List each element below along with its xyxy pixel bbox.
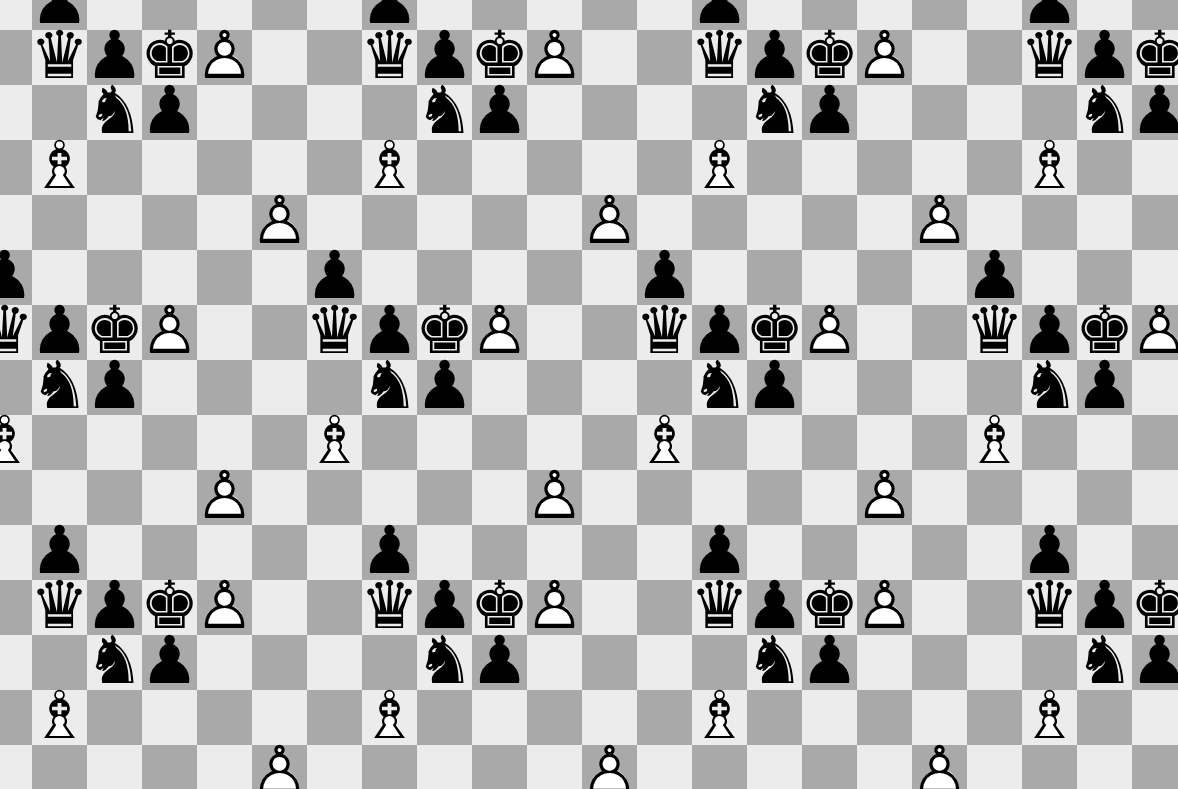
square-r11c13[interactable]: ♛ [692,580,747,635]
square-r0c18[interactable] [967,0,1022,30]
square-r7c3[interactable] [142,360,197,415]
square-r5c15[interactable] [802,250,857,305]
square-r14c19[interactable] [1022,745,1077,789]
square-r7c20[interactable]: ♟ [1077,360,1132,415]
square-r14c3[interactable] [142,745,197,789]
square-r4c11[interactable]: ♟♙ [582,195,637,250]
square-r5c5[interactable] [252,250,307,305]
square-r9c8[interactable] [417,470,472,525]
square-r7c12[interactable] [637,360,692,415]
square-r14c6[interactable] [307,745,362,789]
square-r3c1[interactable]: ♝♗ [32,140,87,195]
square-r11c17[interactable] [912,580,967,635]
square-r3c5[interactable] [252,140,307,195]
square-r2c10[interactable] [527,85,582,140]
square-r2c9[interactable]: ♟ [472,85,527,140]
square-r12c16[interactable] [857,635,912,690]
square-r8c17[interactable] [912,415,967,470]
square-r14c0[interactable] [0,745,32,789]
square-r8c11[interactable] [582,415,637,470]
square-r3c20[interactable] [1077,140,1132,195]
square-r4c21[interactable] [1132,195,1178,250]
square-r14c4[interactable] [197,745,252,789]
square-r13c15[interactable] [802,690,857,745]
square-r11c14[interactable]: ♟ [747,580,802,635]
square-r13c14[interactable] [747,690,802,745]
square-r12c11[interactable] [582,635,637,690]
square-r1c11[interactable] [582,30,637,85]
square-r8c20[interactable] [1077,415,1132,470]
square-r7c18[interactable] [967,360,1022,415]
square-r6c1[interactable]: ♟ [32,305,87,360]
square-r6c10[interactable] [527,305,582,360]
square-r5c13[interactable] [692,250,747,305]
square-r11c16[interactable]: ♟♙ [857,580,912,635]
square-r12c14[interactable]: ♞ [747,635,802,690]
square-r3c11[interactable] [582,140,637,195]
square-r7c10[interactable] [527,360,582,415]
square-r8c21[interactable] [1132,415,1178,470]
square-r14c13[interactable] [692,745,747,789]
square-r6c15[interactable]: ♟♙ [802,305,857,360]
square-r5c18[interactable]: ♟ [967,250,1022,305]
square-r1c20[interactable]: ♟ [1077,30,1132,85]
square-r6c11[interactable] [582,305,637,360]
square-r1c18[interactable] [967,30,1022,85]
square-r3c19[interactable]: ♝♗ [1022,140,1077,195]
square-r2c15[interactable]: ♟ [802,85,857,140]
square-r12c3[interactable]: ♟ [142,635,197,690]
square-r7c4[interactable] [197,360,252,415]
square-r2c14[interactable]: ♞ [747,85,802,140]
square-r12c0[interactable] [0,635,32,690]
square-r13c2[interactable] [87,690,142,745]
square-r0c4[interactable] [197,0,252,30]
square-r10c6[interactable] [307,525,362,580]
square-r1c6[interactable] [307,30,362,85]
square-r9c21[interactable] [1132,470,1178,525]
square-r4c6[interactable] [307,195,362,250]
square-r5c4[interactable] [197,250,252,305]
square-r11c11[interactable] [582,580,637,635]
square-r11c4[interactable]: ♟♙ [197,580,252,635]
square-r3c16[interactable] [857,140,912,195]
square-r14c20[interactable] [1077,745,1132,789]
square-r2c0[interactable] [0,85,32,140]
square-r1c10[interactable]: ♟♙ [527,30,582,85]
square-r6c0[interactable]: ♛ [0,305,32,360]
square-r4c10[interactable] [527,195,582,250]
square-r6c17[interactable] [912,305,967,360]
square-r5c7[interactable] [362,250,417,305]
square-r0c5[interactable] [252,0,307,30]
square-r6c3[interactable]: ♟♙ [142,305,197,360]
square-r9c20[interactable] [1077,470,1132,525]
square-r6c2[interactable]: ♚ [87,305,142,360]
square-r9c5[interactable] [252,470,307,525]
square-r4c9[interactable] [472,195,527,250]
square-r6c5[interactable] [252,305,307,360]
square-r13c3[interactable] [142,690,197,745]
square-r8c7[interactable] [362,415,417,470]
square-r0c17[interactable] [912,0,967,30]
square-r1c13[interactable]: ♛ [692,30,747,85]
square-r1c16[interactable]: ♟♙ [857,30,912,85]
square-r8c5[interactable] [252,415,307,470]
square-r4c12[interactable] [637,195,692,250]
square-r13c18[interactable] [967,690,1022,745]
square-r9c7[interactable] [362,470,417,525]
square-r11c6[interactable] [307,580,362,635]
square-r1c4[interactable]: ♟♙ [197,30,252,85]
square-r10c9[interactable] [472,525,527,580]
square-r3c2[interactable] [87,140,142,195]
square-r11c7[interactable]: ♛ [362,580,417,635]
square-r11c3[interactable]: ♚ [142,580,197,635]
square-r10c20[interactable] [1077,525,1132,580]
square-r7c6[interactable] [307,360,362,415]
square-r13c11[interactable] [582,690,637,745]
square-r12c1[interactable] [32,635,87,690]
square-r7c21[interactable] [1132,360,1178,415]
square-r9c19[interactable] [1022,470,1077,525]
square-r8c15[interactable] [802,415,857,470]
square-r1c14[interactable]: ♟ [747,30,802,85]
square-r11c8[interactable]: ♟ [417,580,472,635]
square-r2c20[interactable]: ♞ [1077,85,1132,140]
square-r5c6[interactable]: ♟ [307,250,362,305]
square-r6c7[interactable]: ♟ [362,305,417,360]
square-r8c0[interactable]: ♝♗ [0,415,32,470]
square-r2c4[interactable] [197,85,252,140]
square-r7c0[interactable] [0,360,32,415]
square-r12c2[interactable]: ♞ [87,635,142,690]
square-r5c11[interactable] [582,250,637,305]
square-r6c18[interactable]: ♛ [967,305,1022,360]
square-r6c16[interactable] [857,305,912,360]
square-r4c14[interactable] [747,195,802,250]
square-r0c7[interactable]: ♟ [362,0,417,30]
square-r2c8[interactable]: ♞ [417,85,472,140]
square-r2c17[interactable] [912,85,967,140]
square-r5c16[interactable] [857,250,912,305]
square-r6c9[interactable]: ♟♙ [472,305,527,360]
square-r5c10[interactable] [527,250,582,305]
square-r10c14[interactable] [747,525,802,580]
square-r5c3[interactable] [142,250,197,305]
square-r3c4[interactable] [197,140,252,195]
square-r11c18[interactable] [967,580,1022,635]
square-r5c20[interactable] [1077,250,1132,305]
square-r5c19[interactable] [1022,250,1077,305]
square-r8c4[interactable] [197,415,252,470]
square-r10c4[interactable] [197,525,252,580]
square-r11c19[interactable]: ♛ [1022,580,1077,635]
square-r11c21[interactable]: ♚ [1132,580,1178,635]
square-r4c5[interactable]: ♟♙ [252,195,307,250]
square-r4c19[interactable] [1022,195,1077,250]
square-r11c10[interactable]: ♟♙ [527,580,582,635]
square-r6c19[interactable]: ♟ [1022,305,1077,360]
square-r9c9[interactable] [472,470,527,525]
square-r5c1[interactable] [32,250,87,305]
square-r0c9[interactable] [472,0,527,30]
square-r2c18[interactable] [967,85,1022,140]
square-r13c10[interactable] [527,690,582,745]
square-r10c7[interactable]: ♟ [362,525,417,580]
square-r4c8[interactable] [417,195,472,250]
square-r4c18[interactable] [967,195,1022,250]
square-r2c21[interactable]: ♟ [1132,85,1178,140]
square-r6c14[interactable]: ♚ [747,305,802,360]
square-r10c11[interactable] [582,525,637,580]
square-r13c1[interactable]: ♝♗ [32,690,87,745]
square-r7c1[interactable]: ♞ [32,360,87,415]
square-r10c18[interactable] [967,525,1022,580]
square-r13c13[interactable]: ♝♗ [692,690,747,745]
square-r2c19[interactable] [1022,85,1077,140]
square-r5c9[interactable] [472,250,527,305]
square-r1c8[interactable]: ♟ [417,30,472,85]
square-r9c1[interactable] [32,470,87,525]
square-r14c7[interactable] [362,745,417,789]
square-r2c12[interactable] [637,85,692,140]
square-r13c5[interactable] [252,690,307,745]
square-r0c1[interactable]: ♟ [32,0,87,30]
square-r2c2[interactable]: ♞ [87,85,142,140]
square-r11c9[interactable]: ♚ [472,580,527,635]
square-r9c6[interactable] [307,470,362,525]
square-r3c18[interactable] [967,140,1022,195]
square-r5c8[interactable] [417,250,472,305]
square-r10c8[interactable] [417,525,472,580]
square-r14c16[interactable] [857,745,912,789]
square-r12c9[interactable]: ♟ [472,635,527,690]
square-r12c7[interactable] [362,635,417,690]
square-r0c21[interactable] [1132,0,1178,30]
square-r6c4[interactable] [197,305,252,360]
square-r2c13[interactable] [692,85,747,140]
square-r5c21[interactable] [1132,250,1178,305]
square-r10c0[interactable] [0,525,32,580]
square-r10c21[interactable] [1132,525,1178,580]
square-r8c18[interactable]: ♝♗ [967,415,1022,470]
square-r0c15[interactable] [802,0,857,30]
square-r8c13[interactable] [692,415,747,470]
square-r10c5[interactable] [252,525,307,580]
square-r13c21[interactable] [1132,690,1178,745]
square-r0c10[interactable] [527,0,582,30]
square-r12c5[interactable] [252,635,307,690]
square-r14c21[interactable] [1132,745,1178,789]
square-r12c19[interactable] [1022,635,1077,690]
square-r13c7[interactable]: ♝♗ [362,690,417,745]
square-r8c6[interactable]: ♝♗ [307,415,362,470]
square-r0c14[interactable] [747,0,802,30]
square-r4c17[interactable]: ♟♙ [912,195,967,250]
square-r3c3[interactable] [142,140,197,195]
square-r4c20[interactable] [1077,195,1132,250]
square-r1c2[interactable]: ♟ [87,30,142,85]
square-r14c2[interactable] [87,745,142,789]
square-r0c16[interactable] [857,0,912,30]
square-r11c1[interactable]: ♛ [32,580,87,635]
square-r10c15[interactable] [802,525,857,580]
square-r9c3[interactable] [142,470,197,525]
square-r6c8[interactable]: ♚ [417,305,472,360]
square-r12c21[interactable]: ♟ [1132,635,1178,690]
square-r7c9[interactable] [472,360,527,415]
square-r2c7[interactable] [362,85,417,140]
square-r3c10[interactable] [527,140,582,195]
square-r1c9[interactable]: ♚ [472,30,527,85]
square-r14c18[interactable] [967,745,1022,789]
square-r13c9[interactable] [472,690,527,745]
square-r12c15[interactable]: ♟ [802,635,857,690]
square-r9c13[interactable] [692,470,747,525]
square-r4c2[interactable] [87,195,142,250]
square-r10c19[interactable]: ♟ [1022,525,1077,580]
square-r8c10[interactable] [527,415,582,470]
square-r6c20[interactable]: ♚ [1077,305,1132,360]
square-r11c20[interactable]: ♟ [1077,580,1132,635]
square-r0c20[interactable] [1077,0,1132,30]
square-r10c13[interactable]: ♟ [692,525,747,580]
square-r8c16[interactable] [857,415,912,470]
square-r12c10[interactable] [527,635,582,690]
square-r9c11[interactable] [582,470,637,525]
square-r5c2[interactable] [87,250,142,305]
square-r10c3[interactable] [142,525,197,580]
square-r4c13[interactable] [692,195,747,250]
square-r14c8[interactable] [417,745,472,789]
square-r3c0[interactable] [0,140,32,195]
square-r10c2[interactable] [87,525,142,580]
square-r1c15[interactable]: ♚ [802,30,857,85]
square-r2c16[interactable] [857,85,912,140]
square-r11c2[interactable]: ♟ [87,580,142,635]
square-r13c20[interactable] [1077,690,1132,745]
square-r12c18[interactable] [967,635,1022,690]
square-r10c10[interactable] [527,525,582,580]
square-r2c5[interactable] [252,85,307,140]
square-r13c16[interactable] [857,690,912,745]
square-r12c13[interactable] [692,635,747,690]
square-r0c13[interactable]: ♟ [692,0,747,30]
square-r7c17[interactable] [912,360,967,415]
square-r12c8[interactable]: ♞ [417,635,472,690]
square-r3c12[interactable] [637,140,692,195]
square-r10c12[interactable] [637,525,692,580]
square-r11c15[interactable]: ♚ [802,580,857,635]
square-r9c14[interactable] [747,470,802,525]
square-r9c15[interactable] [802,470,857,525]
square-r3c15[interactable] [802,140,857,195]
square-r0c19[interactable]: ♟ [1022,0,1077,30]
square-r14c12[interactable] [637,745,692,789]
square-r9c4[interactable]: ♟♙ [197,470,252,525]
square-r3c13[interactable]: ♝♗ [692,140,747,195]
square-r0c6[interactable] [307,0,362,30]
square-r9c12[interactable] [637,470,692,525]
square-r7c7[interactable]: ♞ [362,360,417,415]
square-r8c8[interactable] [417,415,472,470]
square-r0c2[interactable] [87,0,142,30]
square-r7c14[interactable]: ♟ [747,360,802,415]
square-r4c0[interactable] [0,195,32,250]
square-r8c14[interactable] [747,415,802,470]
square-r11c12[interactable] [637,580,692,635]
square-r4c3[interactable] [142,195,197,250]
square-r13c12[interactable] [637,690,692,745]
square-r4c7[interactable] [362,195,417,250]
square-r5c0[interactable]: ♟ [0,250,32,305]
square-r13c0[interactable] [0,690,32,745]
square-r2c1[interactable] [32,85,87,140]
square-r1c5[interactable] [252,30,307,85]
square-r6c6[interactable]: ♛ [307,305,362,360]
square-r11c0[interactable] [0,580,32,635]
square-r7c16[interactable] [857,360,912,415]
square-r0c12[interactable] [637,0,692,30]
square-r4c15[interactable] [802,195,857,250]
square-r0c3[interactable] [142,0,197,30]
square-r3c6[interactable] [307,140,362,195]
square-r9c0[interactable] [0,470,32,525]
square-r5c12[interactable]: ♟ [637,250,692,305]
square-r5c17[interactable] [912,250,967,305]
square-r8c12[interactable]: ♝♗ [637,415,692,470]
square-r12c20[interactable]: ♞ [1077,635,1132,690]
square-r1c7[interactable]: ♛ [362,30,417,85]
square-r4c4[interactable] [197,195,252,250]
square-r3c9[interactable] [472,140,527,195]
square-r10c1[interactable]: ♟ [32,525,87,580]
square-r5c14[interactable] [747,250,802,305]
square-r11c5[interactable] [252,580,307,635]
square-r13c8[interactable] [417,690,472,745]
square-r14c14[interactable] [747,745,802,789]
square-r3c14[interactable] [747,140,802,195]
square-r6c21[interactable]: ♟♙ [1132,305,1178,360]
square-r10c17[interactable] [912,525,967,580]
square-r3c7[interactable]: ♝♗ [362,140,417,195]
square-r6c12[interactable]: ♛ [637,305,692,360]
square-r1c12[interactable] [637,30,692,85]
square-r13c6[interactable] [307,690,362,745]
square-r7c13[interactable]: ♞ [692,360,747,415]
square-r13c19[interactable]: ♝♗ [1022,690,1077,745]
square-r13c17[interactable] [912,690,967,745]
square-r7c11[interactable] [582,360,637,415]
square-r8c19[interactable] [1022,415,1077,470]
square-r8c1[interactable] [32,415,87,470]
square-r2c11[interactable] [582,85,637,140]
square-r14c10[interactable] [527,745,582,789]
square-r2c3[interactable]: ♟ [142,85,197,140]
square-r9c2[interactable] [87,470,142,525]
square-r3c8[interactable] [417,140,472,195]
square-r14c1[interactable] [32,745,87,789]
square-r7c2[interactable]: ♟ [87,360,142,415]
square-r14c15[interactable] [802,745,857,789]
square-r9c17[interactable] [912,470,967,525]
square-r9c10[interactable]: ♟♙ [527,470,582,525]
square-r10c16[interactable] [857,525,912,580]
square-r0c0[interactable] [0,0,32,30]
square-r1c0[interactable] [0,30,32,85]
square-r1c1[interactable]: ♛ [32,30,87,85]
